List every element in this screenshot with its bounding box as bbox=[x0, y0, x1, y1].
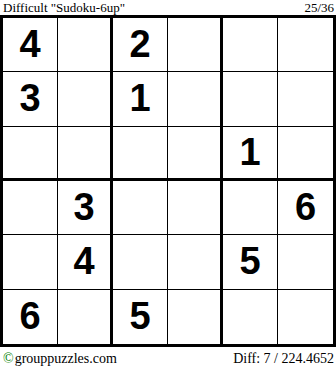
cell-r4c5-empty[interactable] bbox=[223, 181, 278, 235]
difficulty-label: Diff: 7 / 224.4652 bbox=[233, 351, 334, 367]
cell-r6c2-empty[interactable] bbox=[58, 290, 113, 344]
cell-r3c2-empty[interactable] bbox=[58, 127, 113, 181]
cell-r2c3-given-1[interactable]: 1 bbox=[113, 72, 168, 126]
cell-r6c6-empty[interactable] bbox=[278, 290, 333, 344]
copyright-text: grouppuzzles.com bbox=[15, 351, 117, 367]
cell-r3c1-empty[interactable] bbox=[3, 127, 58, 181]
cell-r3c5-given-1[interactable]: 1 bbox=[223, 127, 278, 181]
cell-r6c4-empty[interactable] bbox=[168, 290, 223, 344]
footer-bar: ©grouppuzzles.com Diff: 7 / 224.4652 bbox=[3, 350, 334, 368]
cell-r5c6-empty[interactable] bbox=[278, 235, 333, 289]
cell-r1c4-empty[interactable] bbox=[168, 18, 223, 72]
cell-r5c1-empty[interactable] bbox=[3, 235, 58, 289]
cell-r2c2-empty[interactable] bbox=[58, 72, 113, 126]
cells-remaining-counter: 25/36 bbox=[304, 1, 334, 15]
cell-r4c2-given-3[interactable]: 3 bbox=[58, 181, 113, 235]
cell-r1c6-empty[interactable] bbox=[278, 18, 333, 72]
cell-r2c5-empty[interactable] bbox=[223, 72, 278, 126]
cell-r6c1-given-6[interactable]: 6 bbox=[3, 290, 58, 344]
cell-r1c1-given-4[interactable]: 4 bbox=[3, 18, 58, 72]
cell-r6c3-given-5[interactable]: 5 bbox=[113, 290, 168, 344]
cell-r5c2-given-4[interactable]: 4 bbox=[58, 235, 113, 289]
cell-r3c6-empty[interactable] bbox=[278, 127, 333, 181]
cell-r5c3-empty[interactable] bbox=[113, 235, 168, 289]
sudoku-grid: 42311364565 bbox=[0, 15, 336, 347]
copyright-line: ©grouppuzzles.com bbox=[3, 351, 117, 367]
copyright-icon: © bbox=[3, 351, 14, 367]
cell-r5c4-empty[interactable] bbox=[168, 235, 223, 289]
cell-r6c5-empty[interactable] bbox=[223, 290, 278, 344]
cell-r3c3-empty[interactable] bbox=[113, 127, 168, 181]
cell-r1c3-given-2[interactable]: 2 bbox=[113, 18, 168, 72]
cell-r1c5-empty[interactable] bbox=[223, 18, 278, 72]
cell-r2c6-empty[interactable] bbox=[278, 72, 333, 126]
cell-r2c1-given-3[interactable]: 3 bbox=[3, 72, 58, 126]
cell-r4c3-empty[interactable] bbox=[113, 181, 168, 235]
cell-r5c5-given-5[interactable]: 5 bbox=[223, 235, 278, 289]
cell-r4c6-given-6[interactable]: 6 bbox=[278, 181, 333, 235]
cell-r1c2-empty[interactable] bbox=[58, 18, 113, 72]
page-title: Difficult "Sudoku-6up" bbox=[3, 1, 125, 15]
cell-r4c4-empty[interactable] bbox=[168, 181, 223, 235]
header-bar: Difficult "Sudoku-6up" 25/36 bbox=[3, 0, 334, 15]
cell-r3c4-empty[interactable] bbox=[168, 127, 223, 181]
cell-r2c4-empty[interactable] bbox=[168, 72, 223, 126]
cell-r4c1-empty[interactable] bbox=[3, 181, 58, 235]
